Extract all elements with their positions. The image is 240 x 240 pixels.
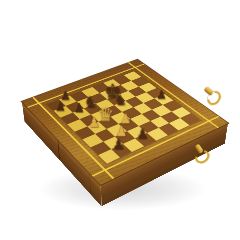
chess-set-scene: ♟♚♞♟♟♞♛♟♟♟♟♟♟ (0, 0, 240, 240)
photo-stage: ♟♚♞♟♟♞♛♟♟♟♟♟♟ (0, 0, 240, 240)
dark-pawn[interactable]: ♟ (140, 88, 183, 100)
fold-seam (57, 139, 60, 160)
corner-joint (89, 173, 91, 194)
dark-pawn[interactable]: ♟ (94, 138, 143, 152)
chess-board: ♟♚♞♟♟♞♛♟♟♟♟♟♟ (20, 59, 229, 186)
